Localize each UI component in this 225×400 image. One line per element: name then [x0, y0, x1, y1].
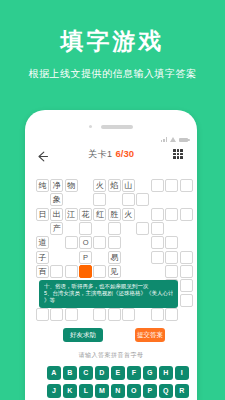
key-C[interactable]: C: [79, 366, 93, 380]
grid-cell-selected[interactable]: [79, 265, 92, 278]
grid-cell[interactable]: 红: [93, 208, 106, 221]
grid-cell[interactable]: [165, 251, 178, 264]
grid-cell[interactable]: [122, 308, 135, 321]
grid-cell[interactable]: [151, 222, 164, 235]
speaker-slit: [101, 125, 133, 129]
phone-mockup: 关卡16/30 纯净物火焰山象日出江花红胜火产道O子P易百见 十、俗语，听得再多…: [25, 110, 197, 400]
grid-cell[interactable]: 象: [50, 193, 63, 206]
clue-down-cont: 》等: [44, 297, 173, 304]
submit-answer-button[interactable]: 提交答案: [135, 328, 165, 342]
grid-cell[interactable]: [180, 251, 193, 264]
grid-cell[interactable]: [65, 265, 78, 278]
clue-across: 十、俗语，听得再多，也不如亲眼见到一次: [44, 283, 173, 290]
grid-cell[interactable]: 焰: [108, 179, 121, 192]
clue-box: 十、俗语，听得再多，也不如亲眼见到一次 5、台湾女演员，主演电视剧《还珠格格》《…: [39, 280, 178, 308]
grid-cell[interactable]: 火: [93, 179, 106, 192]
key-I[interactable]: I: [175, 366, 189, 380]
key-R[interactable]: R: [175, 384, 189, 398]
grid-cell[interactable]: [180, 208, 193, 221]
grid-cell[interactable]: 火: [122, 208, 135, 221]
page-subtitle: 根据上线文提供的信息输入填字答案: [0, 67, 225, 81]
key-L[interactable]: L: [79, 384, 93, 398]
grid-cell[interactable]: 江: [65, 208, 78, 221]
grid-cell[interactable]: [50, 265, 63, 278]
input-hint: 请输入答案拼音首字母: [25, 351, 197, 360]
grid-cell[interactable]: [93, 308, 106, 321]
grid-cell[interactable]: [165, 265, 178, 278]
grid-cell[interactable]: [151, 251, 164, 264]
grid-cell[interactable]: [108, 236, 121, 249]
grid-cell[interactable]: [122, 193, 135, 206]
grid-cell[interactable]: 见: [108, 265, 121, 278]
action-buttons: 好友求助 提交答案: [25, 328, 197, 342]
game-header: 关卡16/30: [25, 146, 197, 166]
levels-grid-icon[interactable]: [173, 149, 183, 159]
grid-cell[interactable]: [151, 308, 164, 321]
grid-cell[interactable]: [93, 193, 106, 206]
key-D[interactable]: D: [95, 366, 109, 380]
key-Q[interactable]: Q: [159, 384, 173, 398]
grid-cell[interactable]: [151, 179, 164, 192]
grid-cell[interactable]: [136, 193, 149, 206]
grid-cell[interactable]: [136, 222, 149, 235]
key-N[interactable]: N: [111, 384, 125, 398]
keyboard-row: ABCDEFGHI: [47, 366, 189, 380]
key-A[interactable]: A: [47, 366, 61, 380]
key-F[interactable]: F: [127, 366, 141, 380]
key-J[interactable]: J: [47, 384, 61, 398]
key-M[interactable]: M: [95, 384, 109, 398]
grid-cell[interactable]: 出: [50, 208, 63, 221]
grid-cell[interactable]: 日: [36, 208, 49, 221]
grid-cell[interactable]: [165, 179, 178, 192]
grid-cell[interactable]: 物: [65, 179, 78, 192]
grid-cell[interactable]: [165, 308, 178, 321]
grid-cell[interactable]: [65, 308, 78, 321]
clue-down: 5、台湾女演员，主演电视剧《还珠格格》《美人心计: [44, 290, 173, 297]
grid-cell[interactable]: 易: [108, 251, 121, 264]
grid-cell[interactable]: 胜: [108, 208, 121, 221]
key-B[interactable]: B: [63, 366, 77, 380]
grid-cell[interactable]: 产: [50, 222, 63, 235]
ask-friends-button[interactable]: 好友求助: [63, 328, 103, 342]
wifi-icon: [170, 137, 176, 142]
grid-cell[interactable]: [93, 265, 106, 278]
grid-cell[interactable]: [108, 308, 121, 321]
key-H[interactable]: H: [159, 366, 173, 380]
key-O[interactable]: O: [127, 384, 141, 398]
grid-cell[interactable]: O: [79, 236, 92, 249]
page-title: 填字游戏: [0, 26, 225, 57]
grid-cell[interactable]: [93, 236, 106, 249]
grid-cell[interactable]: P: [79, 251, 92, 264]
grid-cell[interactable]: 道: [36, 236, 49, 249]
grid-cell[interactable]: [165, 236, 178, 249]
status-bar: [161, 136, 189, 142]
grid-cell[interactable]: [180, 294, 193, 307]
progress-counter: 6/30: [116, 148, 135, 159]
grid-cell[interactable]: [50, 308, 63, 321]
grid-cell[interactable]: [180, 179, 193, 192]
keyboard-row: JKLMNOPQR: [47, 384, 189, 398]
grid-cell[interactable]: [151, 236, 164, 249]
level-label: 关卡1: [88, 149, 113, 159]
key-E[interactable]: E: [111, 366, 125, 380]
grid-cell[interactable]: [108, 222, 121, 235]
battery-icon: [179, 138, 188, 143]
grid-cell[interactable]: [180, 265, 193, 278]
grid-cell[interactable]: [79, 222, 92, 235]
grid-cell[interactable]: 纯: [36, 179, 49, 192]
grid-cell[interactable]: [65, 236, 78, 249]
key-P[interactable]: P: [143, 384, 157, 398]
signal-icon: [161, 137, 168, 142]
app-store-screenshot: 填字游戏 根据上线文提供的信息输入填字答案 关卡16/30 纯净物火焰山象日出江…: [0, 0, 225, 400]
grid-cell[interactable]: [165, 208, 178, 221]
camera-dot: [89, 125, 92, 128]
grid-cell[interactable]: 子: [36, 251, 49, 264]
grid-cell[interactable]: [36, 308, 49, 321]
grid-cell[interactable]: 净: [50, 179, 63, 192]
grid-cell[interactable]: [180, 279, 193, 292]
key-K[interactable]: K: [63, 384, 77, 398]
grid-cell[interactable]: 花: [79, 208, 92, 221]
grid-cell[interactable]: 山: [122, 179, 135, 192]
level-indicator: 关卡16/30: [25, 148, 197, 161]
grid-cell[interactable]: 百: [36, 265, 49, 278]
grid-cell[interactable]: [151, 208, 164, 221]
key-G[interactable]: G: [143, 366, 157, 380]
